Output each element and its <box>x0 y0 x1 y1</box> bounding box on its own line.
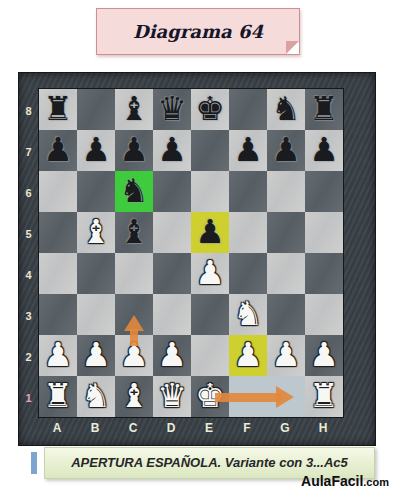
piece-wP-g2: ♟ <box>267 335 305 376</box>
rank-label-7: 7 <box>19 129 38 170</box>
piece-wN-b1: ♞ <box>77 376 115 417</box>
square-g5[interactable] <box>267 212 305 253</box>
square-b6[interactable] <box>77 171 115 212</box>
square-d8[interactable]: ♛ <box>153 89 191 130</box>
piece-bR-a8: ♜ <box>39 89 77 130</box>
square-d5[interactable] <box>153 212 191 253</box>
square-c8[interactable]: ♝ <box>115 89 153 130</box>
square-h6[interactable] <box>305 171 343 212</box>
file-label-H: H <box>304 421 342 439</box>
square-f4[interactable] <box>229 253 267 294</box>
file-label-F: F <box>228 421 266 439</box>
square-a6[interactable] <box>39 171 77 212</box>
page-title: Diagrama 64 <box>97 9 299 54</box>
square-g7[interactable]: ♟ <box>267 130 305 171</box>
piece-wB-b5: ♝ <box>77 212 115 253</box>
arrow-head-e1g1 <box>276 386 294 408</box>
square-g6[interactable] <box>267 171 305 212</box>
piece-bP-e5: ♟ <box>191 212 229 253</box>
piece-wP-h2: ♟ <box>305 335 343 376</box>
rank-label-8: 8 <box>19 88 38 129</box>
file-label-D: D <box>152 421 190 439</box>
square-b3[interactable] <box>77 294 115 335</box>
file-label-G: G <box>266 421 304 439</box>
square-a5[interactable] <box>39 212 77 253</box>
square-a8[interactable]: ♜ <box>39 89 77 130</box>
square-f6[interactable] <box>229 171 267 212</box>
square-b2[interactable]: ♟ <box>77 335 115 376</box>
watermark: AulaFacil.com <box>301 472 389 490</box>
piece-bP-b7: ♟ <box>77 130 115 171</box>
square-f8[interactable] <box>229 89 267 130</box>
piece-wR-a1: ♜ <box>39 376 77 417</box>
square-f3[interactable]: ♞ <box>229 294 267 335</box>
watermark-brand: AulaFacil <box>301 473 363 489</box>
caption-accent-bar <box>31 452 37 474</box>
arrow-shaft-c2c3 <box>130 329 138 346</box>
piece-bP-a7: ♟ <box>39 130 77 171</box>
square-g2[interactable]: ♟ <box>267 335 305 376</box>
file-label-B: B <box>76 421 114 439</box>
piece-bP-h7: ♟ <box>305 130 343 171</box>
square-e3[interactable] <box>191 294 229 335</box>
square-c1[interactable]: ♝ <box>115 376 153 417</box>
piece-bK-e8: ♚ <box>191 89 229 130</box>
file-label-E: E <box>190 421 228 439</box>
square-c7[interactable]: ♟ <box>115 130 153 171</box>
piece-wB-c1: ♝ <box>115 376 153 417</box>
square-h2[interactable]: ♟ <box>305 335 343 376</box>
square-c4[interactable] <box>115 253 153 294</box>
square-h7[interactable]: ♟ <box>305 130 343 171</box>
piece-bR-h8: ♜ <box>305 89 343 130</box>
square-e6[interactable] <box>191 171 229 212</box>
square-a7[interactable]: ♟ <box>39 130 77 171</box>
piece-bQ-d8: ♛ <box>153 89 191 130</box>
title-banner: Diagrama 64 <box>96 8 300 55</box>
piece-wP-e4: ♟ <box>191 253 229 294</box>
square-f2[interactable]: ♟ <box>229 335 267 376</box>
rank-label-3: 3 <box>19 293 38 334</box>
chess-board-frame: 87654321 ♜♝♛♚♞♜♟♟♟♟♟♟♟♞♝♝♟♟♞♟♟♟♟♟♟♟♜♞♝♛♚… <box>18 72 376 446</box>
square-b8[interactable] <box>77 89 115 130</box>
piece-bN-c6: ♞ <box>115 171 153 212</box>
piece-wP-a2: ♟ <box>39 335 77 376</box>
square-h3[interactable] <box>305 294 343 335</box>
piece-wP-f2: ♟ <box>229 335 267 376</box>
piece-wR-h1: ♜ <box>305 376 343 417</box>
piece-wP-b2: ♟ <box>77 335 115 376</box>
square-h4[interactable] <box>305 253 343 294</box>
square-f5[interactable] <box>229 212 267 253</box>
piece-wQ-d1: ♛ <box>153 376 191 417</box>
file-label-A: A <box>38 421 76 439</box>
square-h5[interactable] <box>305 212 343 253</box>
square-a3[interactable] <box>39 294 77 335</box>
piece-bB-c8: ♝ <box>115 89 153 130</box>
square-c5[interactable]: ♝ <box>115 212 153 253</box>
watermark-tld: .com <box>363 476 389 488</box>
square-e7[interactable] <box>191 130 229 171</box>
piece-wN-f3: ♞ <box>229 294 267 335</box>
square-a1[interactable]: ♜ <box>39 376 77 417</box>
piece-bP-d7: ♟ <box>153 130 191 171</box>
square-d2[interactable]: ♟ <box>153 335 191 376</box>
square-d1[interactable]: ♛ <box>153 376 191 417</box>
square-d7[interactable]: ♟ <box>153 130 191 171</box>
rank-label-6: 6 <box>19 170 38 211</box>
file-label-C: C <box>114 421 152 439</box>
square-f7[interactable]: ♟ <box>229 130 267 171</box>
square-g3[interactable] <box>267 294 305 335</box>
piece-bN-g8: ♞ <box>267 89 305 130</box>
square-a2[interactable]: ♟ <box>39 335 77 376</box>
rank-label-2: 2 <box>19 334 38 375</box>
rank-label-5: 5 <box>19 211 38 252</box>
piece-bP-c7: ♟ <box>115 130 153 171</box>
square-e4[interactable]: ♟ <box>191 253 229 294</box>
piece-bP-g7: ♟ <box>267 130 305 171</box>
rank-labels: 87654321 <box>19 88 38 416</box>
square-e5[interactable]: ♟ <box>191 212 229 253</box>
square-a4[interactable] <box>39 253 77 294</box>
rank-label-4: 4 <box>19 252 38 293</box>
square-b4[interactable] <box>77 253 115 294</box>
square-g8[interactable]: ♞ <box>267 89 305 130</box>
square-h1[interactable]: ♜ <box>305 376 343 417</box>
square-e2[interactable] <box>191 335 229 376</box>
piece-bB-c5: ♝ <box>115 212 153 253</box>
piece-wP-d2: ♟ <box>153 335 191 376</box>
square-b1[interactable]: ♞ <box>77 376 115 417</box>
piece-bP-f7: ♟ <box>229 130 267 171</box>
square-c6[interactable]: ♞ <box>115 171 153 212</box>
square-h8[interactable]: ♜ <box>305 89 343 130</box>
square-d3[interactable] <box>153 294 191 335</box>
square-b5[interactable]: ♝ <box>77 212 115 253</box>
chess-board[interactable]: ♜♝♛♚♞♜♟♟♟♟♟♟♟♞♝♝♟♟♞♟♟♟♟♟♟♟♜♞♝♛♚♜ <box>38 88 344 418</box>
square-b7[interactable]: ♟ <box>77 130 115 171</box>
file-labels: ABCDEFGH <box>38 421 342 439</box>
rank-label-1: 1 <box>19 375 38 416</box>
arrow-shaft-e1g1 <box>215 393 281 402</box>
square-d6[interactable] <box>153 171 191 212</box>
square-d4[interactable] <box>153 253 191 294</box>
square-e8[interactable]: ♚ <box>191 89 229 130</box>
square-g4[interactable] <box>267 253 305 294</box>
